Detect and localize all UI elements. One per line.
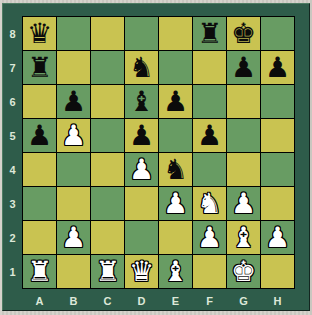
square-d7[interactable]: ♞ xyxy=(125,51,158,84)
square-d5[interactable]: ♟ xyxy=(125,119,158,152)
square-a3[interactable] xyxy=(23,187,56,220)
piece-black-pawn: ♟ xyxy=(129,119,154,152)
piece-white-rook: ♜ xyxy=(27,255,52,288)
piece-black-rook: ♜ xyxy=(197,17,222,50)
file-label-d: D xyxy=(125,292,158,310)
square-b8[interactable] xyxy=(57,17,90,50)
square-g4[interactable] xyxy=(227,153,260,186)
file-label-h: H xyxy=(261,292,294,310)
square-f8[interactable]: ♜ xyxy=(193,17,226,50)
piece-white-bishop: ♝ xyxy=(231,221,256,254)
file-label-c: C xyxy=(91,292,124,310)
square-e6[interactable]: ♟ xyxy=(159,85,192,118)
piece-black-bishop: ♝ xyxy=(129,85,154,118)
square-e2[interactable] xyxy=(159,221,192,254)
square-b1[interactable] xyxy=(57,255,90,288)
square-d8[interactable] xyxy=(125,17,158,50)
square-a1[interactable]: ♜ xyxy=(23,255,56,288)
piece-black-pawn: ♟ xyxy=(27,119,52,152)
piece-black-knight: ♞ xyxy=(129,51,154,84)
square-h7[interactable]: ♟ xyxy=(261,51,294,84)
piece-black-pawn: ♟ xyxy=(163,85,188,118)
piece-white-pawn: ♟ xyxy=(61,119,86,152)
square-h1[interactable] xyxy=(261,255,294,288)
piece-white-king: ♚ xyxy=(231,255,256,288)
piece-white-pawn: ♟ xyxy=(265,221,290,254)
file-label-e: E xyxy=(159,292,192,310)
piece-black-knight: ♞ xyxy=(163,153,188,186)
square-b6[interactable]: ♟ xyxy=(57,85,90,118)
square-g5[interactable] xyxy=(227,119,260,152)
piece-white-knight: ♞ xyxy=(197,187,222,220)
square-c4[interactable] xyxy=(91,153,124,186)
square-e3[interactable]: ♟ xyxy=(159,187,192,220)
file-label-a: A xyxy=(23,292,56,310)
square-e7[interactable] xyxy=(159,51,192,84)
piece-white-bishop: ♝ xyxy=(163,255,188,288)
rank-labels: 87654321 xyxy=(3,17,22,288)
piece-black-rook: ♜ xyxy=(27,51,52,84)
square-b7[interactable] xyxy=(57,51,90,84)
rank-label-8: 8 xyxy=(3,17,22,50)
square-c3[interactable] xyxy=(91,187,124,220)
square-f3[interactable]: ♞ xyxy=(193,187,226,220)
piece-white-queen: ♛ xyxy=(129,255,154,288)
square-h8[interactable] xyxy=(261,17,294,50)
rank-label-7: 7 xyxy=(3,51,22,84)
square-d2[interactable] xyxy=(125,221,158,254)
square-h3[interactable] xyxy=(261,187,294,220)
square-c6[interactable] xyxy=(91,85,124,118)
rank-label-1: 1 xyxy=(3,255,22,288)
square-g7[interactable]: ♟ xyxy=(227,51,260,84)
square-c1[interactable]: ♜ xyxy=(91,255,124,288)
square-b5[interactable]: ♟ xyxy=(57,119,90,152)
piece-white-pawn: ♟ xyxy=(197,221,222,254)
file-label-g: G xyxy=(227,292,260,310)
square-g6[interactable] xyxy=(227,85,260,118)
file-label-f: F xyxy=(193,292,226,310)
square-e1[interactable]: ♝ xyxy=(159,255,192,288)
piece-black-pawn: ♟ xyxy=(231,51,256,84)
piece-white-pawn: ♟ xyxy=(129,153,154,186)
square-a5[interactable]: ♟ xyxy=(23,119,56,152)
square-h2[interactable]: ♟ xyxy=(261,221,294,254)
square-b2[interactable]: ♟ xyxy=(57,221,90,254)
square-a2[interactable] xyxy=(23,221,56,254)
square-g1[interactable]: ♚ xyxy=(227,255,260,288)
piece-black-pawn: ♟ xyxy=(197,119,222,152)
piece-white-pawn: ♟ xyxy=(163,187,188,220)
file-label-b: B xyxy=(57,292,90,310)
square-a4[interactable] xyxy=(23,153,56,186)
piece-black-queen: ♛ xyxy=(27,17,52,50)
window-background: 87654321 ♛♜♚♜♞♟♟♟♝♟♟♟♟♟♟♞♟♞♟♟♟♝♟♜♜♛♝♚ AB… xyxy=(0,0,312,315)
rank-label-6: 6 xyxy=(3,85,22,118)
square-d3[interactable] xyxy=(125,187,158,220)
square-h6[interactable] xyxy=(261,85,294,118)
square-c8[interactable] xyxy=(91,17,124,50)
square-f1[interactable] xyxy=(193,255,226,288)
piece-black-pawn: ♟ xyxy=(265,51,290,84)
square-a6[interactable] xyxy=(23,85,56,118)
rank-label-2: 2 xyxy=(3,221,22,254)
square-a8[interactable]: ♛ xyxy=(23,17,56,50)
piece-black-pawn: ♟ xyxy=(61,85,86,118)
square-g3[interactable]: ♟ xyxy=(227,187,260,220)
square-f5[interactable]: ♟ xyxy=(193,119,226,152)
square-h5[interactable] xyxy=(261,119,294,152)
file-labels: ABCDEFGH xyxy=(23,292,296,310)
rank-label-4: 4 xyxy=(3,153,22,186)
square-c2[interactable] xyxy=(91,221,124,254)
piece-white-pawn: ♟ xyxy=(231,187,256,220)
square-b3[interactable] xyxy=(57,187,90,220)
square-f6[interactable] xyxy=(193,85,226,118)
square-f4[interactable] xyxy=(193,153,226,186)
square-d1[interactable]: ♛ xyxy=(125,255,158,288)
square-h4[interactable] xyxy=(261,153,294,186)
square-g2[interactable]: ♝ xyxy=(227,221,260,254)
square-c5[interactable] xyxy=(91,119,124,152)
square-d6[interactable]: ♝ xyxy=(125,85,158,118)
square-e8[interactable] xyxy=(159,17,192,50)
piece-white-pawn: ♟ xyxy=(61,221,86,254)
square-a7[interactable]: ♜ xyxy=(23,51,56,84)
square-d4[interactable]: ♟ xyxy=(125,153,158,186)
piece-black-king: ♚ xyxy=(231,17,256,50)
board: ♛♜♚♜♞♟♟♟♝♟♟♟♟♟♟♞♟♞♟♟♟♝♟♜♜♛♝♚ xyxy=(22,16,295,289)
square-e4[interactable]: ♞ xyxy=(159,153,192,186)
square-b4[interactable] xyxy=(57,153,90,186)
piece-white-rook: ♜ xyxy=(95,255,120,288)
square-c7[interactable] xyxy=(91,51,124,84)
rank-label-3: 3 xyxy=(3,187,22,220)
rank-label-5: 5 xyxy=(3,119,22,152)
square-f2[interactable]: ♟ xyxy=(193,221,226,254)
square-f7[interactable] xyxy=(193,51,226,84)
board-frame: 87654321 ♛♜♚♜♞♟♟♟♝♟♟♟♟♟♟♞♟♞♟♟♟♝♟♜♜♛♝♚ AB… xyxy=(2,3,310,311)
square-e5[interactable] xyxy=(159,119,192,152)
square-g8[interactable]: ♚ xyxy=(227,17,260,50)
